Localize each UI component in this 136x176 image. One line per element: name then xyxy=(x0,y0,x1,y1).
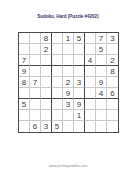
sudoku-cell-r3c2 xyxy=(30,55,41,66)
sudoku-cell-r6c2 xyxy=(30,88,41,99)
sudoku-cell-r1c8: 7 xyxy=(96,33,107,44)
sudoku-cell-r1c3: 8 xyxy=(41,33,52,44)
sudoku-cell-r6c6 xyxy=(74,88,85,99)
sudoku-cell-r7c1: 5 xyxy=(19,99,30,110)
sudoku-cell-r1c1 xyxy=(19,33,30,44)
sudoku-cell-r8c2 xyxy=(30,110,41,121)
sudoku-cell-r6c4 xyxy=(52,88,63,99)
sudoku-cell-r8c8 xyxy=(96,110,107,121)
sudoku-cell-r5c1: 8 xyxy=(19,77,30,88)
sudoku-cell-r2c9 xyxy=(107,44,118,55)
sudoku-cell-r6c7 xyxy=(85,88,96,99)
footer-url: www.printmysudoku.com xyxy=(0,164,136,169)
sudoku-cell-r3c5 xyxy=(63,55,74,66)
sudoku-cell-r2c4 xyxy=(52,44,63,55)
sudoku-cell-r4c7 xyxy=(85,66,96,77)
sudoku-cell-r6c1 xyxy=(19,88,30,99)
sudoku-cell-r1c9: 3 xyxy=(107,33,118,44)
sudoku-cell-r3c3 xyxy=(41,55,52,66)
sudoku-cell-r4c8 xyxy=(96,66,107,77)
sudoku-cell-r8c7 xyxy=(85,110,96,121)
sudoku-cell-r2c1 xyxy=(19,44,30,55)
sudoku-cell-r7c6: 9 xyxy=(74,99,85,110)
sudoku-cell-r5c8: 9 xyxy=(96,77,107,88)
sudoku-cell-r9c9 xyxy=(107,121,118,132)
sudoku-cell-r6c9: 6 xyxy=(107,88,118,99)
sudoku-page: Sudoku, Hard (Puzzle #4202) 815732574298… xyxy=(0,0,136,176)
sudoku-cell-r3c7: 4 xyxy=(85,55,96,66)
sudoku-cell-r4c4 xyxy=(52,66,63,77)
sudoku-cell-r3c8 xyxy=(96,55,107,66)
sudoku-cell-r4c5 xyxy=(63,66,74,77)
sudoku-cell-r6c3 xyxy=(41,88,52,99)
sudoku-cell-r9c1 xyxy=(19,121,30,132)
sudoku-cell-r8c4 xyxy=(52,110,63,121)
sudoku-cell-r1c4 xyxy=(52,33,63,44)
sudoku-cell-r4c9: 8 xyxy=(107,66,118,77)
sudoku-cell-r5c5: 2 xyxy=(63,77,74,88)
sudoku-cell-r5c4 xyxy=(52,77,63,88)
page-title: Sudoku, Hard (Puzzle #4202) xyxy=(0,14,136,20)
sudoku-cell-r5c3 xyxy=(41,77,52,88)
sudoku-cell-r7c9 xyxy=(107,99,118,110)
sudoku-cell-r9c7 xyxy=(85,121,96,132)
sudoku-cell-r7c8 xyxy=(96,99,107,110)
sudoku-cell-r4c6 xyxy=(74,66,85,77)
sudoku-cell-r7c7 xyxy=(85,99,96,110)
sudoku-cell-r5c6: 3 xyxy=(74,77,85,88)
sudoku-cell-r4c1: 9 xyxy=(19,66,30,77)
sudoku-cell-r5c9 xyxy=(107,77,118,88)
sudoku-cell-r8c5 xyxy=(63,110,74,121)
sudoku-cell-r2c2 xyxy=(30,44,41,55)
sudoku-cell-r4c2 xyxy=(30,66,41,77)
sudoku-cell-r3c4 xyxy=(52,55,63,66)
sudoku-cell-r7c5: 3 xyxy=(63,99,74,110)
sudoku-cell-r9c6 xyxy=(74,121,85,132)
sudoku-cell-r6c5: 9 xyxy=(63,88,74,99)
sudoku-cell-r9c4: 5 xyxy=(52,121,63,132)
sudoku-cell-r2c5 xyxy=(63,44,74,55)
sudoku-cell-r2c6 xyxy=(74,44,85,55)
sudoku-cell-r2c3: 2 xyxy=(41,44,52,55)
sudoku-cell-r1c7 xyxy=(85,33,96,44)
sudoku-cell-r8c1 xyxy=(19,110,30,121)
sudoku-cell-r3c1: 7 xyxy=(19,55,30,66)
sudoku-cell-r3c6 xyxy=(74,55,85,66)
sudoku-cell-r1c6: 5 xyxy=(74,33,85,44)
sudoku-cell-r4c3 xyxy=(41,66,52,77)
sudoku-cell-r5c2: 7 xyxy=(30,77,41,88)
sudoku-cell-r9c5 xyxy=(63,121,74,132)
sudoku-cell-r2c7 xyxy=(85,44,96,55)
sudoku-cell-r7c2 xyxy=(30,99,41,110)
sudoku-cell-r2c8: 5 xyxy=(96,44,107,55)
sudoku-cell-r7c3 xyxy=(41,99,52,110)
sudoku-cell-r7c4 xyxy=(52,99,63,110)
sudoku-cell-r8c9 xyxy=(107,110,118,121)
sudoku-cell-r1c2 xyxy=(30,33,41,44)
sudoku-cell-r9c8 xyxy=(96,121,107,132)
sudoku-cell-r8c6: 1 xyxy=(74,110,85,121)
sudoku-cell-r5c7 xyxy=(85,77,96,88)
sudoku-board: 815732574298872399465391635 xyxy=(18,32,119,133)
sudoku-cell-r9c2: 6 xyxy=(30,121,41,132)
sudoku-cell-r8c3 xyxy=(41,110,52,121)
sudoku-cell-r9c3: 3 xyxy=(41,121,52,132)
sudoku-cell-r3c9: 2 xyxy=(107,55,118,66)
sudoku-cell-r1c5: 1 xyxy=(63,33,74,44)
sudoku-cell-r6c8: 4 xyxy=(96,88,107,99)
